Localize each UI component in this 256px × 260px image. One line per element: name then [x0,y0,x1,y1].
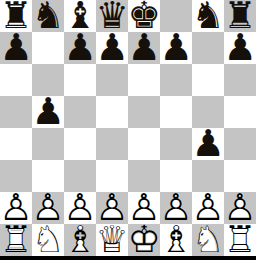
square-f1[interactable]: ♝♗ [160,224,192,256]
piece-black-rook: ♜ [0,0,32,32]
piece-black-bishop: ♝ [64,0,96,32]
square-g3[interactable] [192,160,224,192]
square-h3[interactable] [224,160,256,192]
square-e1[interactable]: ♚♔ [128,224,160,256]
square-h6[interactable] [224,64,256,96]
square-b4[interactable] [32,128,64,160]
square-b3[interactable] [32,160,64,192]
square-g8[interactable]: ♞ [192,0,224,32]
piece-white-rook: ♖ [224,224,256,256]
square-c8[interactable]: ♝ [64,0,96,32]
piece-white-king: ♔ [128,224,160,256]
piece-white-bishop: ♗ [160,224,192,256]
board-bottom-border [0,256,256,260]
square-h4[interactable] [224,128,256,160]
square-c4[interactable] [64,128,96,160]
square-a7[interactable]: ♟ [0,32,32,64]
square-f6[interactable] [160,64,192,96]
piece-black-queen: ♛ [96,0,128,32]
square-b7[interactable] [32,32,64,64]
piece-black-pawn: ♟ [64,32,96,64]
square-b8[interactable]: ♞ [32,0,64,32]
square-d4[interactable] [96,128,128,160]
square-f3[interactable] [160,160,192,192]
square-a5[interactable] [0,96,32,128]
square-e8[interactable]: ♚ [128,0,160,32]
chess-board: ♜♞♝♛♚♞♜♟♟♟♟♟♟♟♟♟♙♟♙♟♙♟♙♟♙♟♙♟♙♟♙♜♖♞♘♝♗♛♕♚… [0,0,256,256]
square-g1[interactable]: ♞♘ [192,224,224,256]
piece-white-pawn: ♙ [32,192,64,224]
piece-white-pawn: ♙ [160,192,192,224]
square-d2[interactable]: ♟♙ [96,192,128,224]
piece-white-queen: ♕ [96,224,128,256]
square-e7[interactable]: ♟ [128,32,160,64]
square-c5[interactable] [64,96,96,128]
piece-white-bishop-fill: ♝ [160,224,192,256]
square-c2[interactable]: ♟♙ [64,192,96,224]
chess-board-window: ♜♞♝♛♚♞♜♟♟♟♟♟♟♟♟♟♙♟♙♟♙♟♙♟♙♟♙♟♙♟♙♜♖♞♘♝♗♛♕♚… [0,0,256,260]
square-b6[interactable] [32,64,64,96]
square-h5[interactable] [224,96,256,128]
piece-black-knight: ♞ [32,0,64,32]
piece-white-king-fill: ♚ [128,224,160,256]
square-c1[interactable]: ♝♗ [64,224,96,256]
piece-black-pawn: ♟ [224,32,256,64]
piece-white-rook-fill: ♜ [224,224,256,256]
square-f4[interactable] [160,128,192,160]
piece-black-pawn: ♟ [96,32,128,64]
piece-white-knight-fill: ♞ [192,224,224,256]
square-c3[interactable] [64,160,96,192]
square-h8[interactable]: ♜ [224,0,256,32]
square-d8[interactable]: ♛ [96,0,128,32]
piece-white-knight-fill: ♞ [32,224,64,256]
square-d1[interactable]: ♛♕ [96,224,128,256]
square-g7[interactable] [192,32,224,64]
square-g2[interactable]: ♟♙ [192,192,224,224]
piece-white-rook: ♖ [0,224,32,256]
square-b1[interactable]: ♞♘ [32,224,64,256]
piece-black-knight: ♞ [192,0,224,32]
piece-white-pawn: ♙ [224,192,256,224]
piece-black-pawn: ♟ [32,96,64,128]
square-d3[interactable] [96,160,128,192]
square-e5[interactable] [128,96,160,128]
piece-black-pawn: ♟ [128,32,160,64]
piece-white-pawn: ♙ [128,192,160,224]
square-h2[interactable]: ♟♙ [224,192,256,224]
piece-white-rook-fill: ♜ [0,224,32,256]
square-b2[interactable]: ♟♙ [32,192,64,224]
square-d6[interactable] [96,64,128,96]
square-g4[interactable]: ♟ [192,128,224,160]
piece-white-bishop-fill: ♝ [64,224,96,256]
square-a8[interactable]: ♜ [0,0,32,32]
piece-white-pawn-fill: ♟ [224,192,256,224]
square-e4[interactable] [128,128,160,160]
piece-white-pawn-fill: ♟ [64,192,96,224]
piece-white-pawn-fill: ♟ [128,192,160,224]
square-d5[interactable] [96,96,128,128]
piece-white-pawn: ♙ [96,192,128,224]
piece-white-pawn-fill: ♟ [0,192,32,224]
square-a6[interactable] [0,64,32,96]
square-d7[interactable]: ♟ [96,32,128,64]
square-e2[interactable]: ♟♙ [128,192,160,224]
piece-black-pawn: ♟ [192,128,224,160]
square-a1[interactable]: ♜♖ [0,224,32,256]
piece-white-pawn-fill: ♟ [96,192,128,224]
square-f8[interactable] [160,0,192,32]
piece-white-pawn-fill: ♟ [160,192,192,224]
square-c6[interactable] [64,64,96,96]
piece-white-bishop: ♗ [64,224,96,256]
piece-white-queen-fill: ♛ [96,224,128,256]
square-h1[interactable]: ♜♖ [224,224,256,256]
square-f5[interactable] [160,96,192,128]
square-a3[interactable] [0,160,32,192]
piece-white-pawn-fill: ♟ [32,192,64,224]
piece-black-king: ♚ [128,0,160,32]
square-b5[interactable]: ♟ [32,96,64,128]
square-f7[interactable]: ♟ [160,32,192,64]
piece-white-knight: ♘ [192,224,224,256]
square-c7[interactable]: ♟ [64,32,96,64]
piece-white-knight: ♘ [32,224,64,256]
piece-black-pawn: ♟ [0,32,32,64]
piece-black-rook: ♜ [224,0,256,32]
piece-black-pawn: ♟ [160,32,192,64]
square-a2[interactable]: ♟♙ [0,192,32,224]
piece-white-pawn: ♙ [0,192,32,224]
square-g5[interactable] [192,96,224,128]
square-a4[interactable] [0,128,32,160]
square-f2[interactable]: ♟♙ [160,192,192,224]
square-e6[interactable] [128,64,160,96]
piece-white-pawn-fill: ♟ [192,192,224,224]
piece-white-pawn: ♙ [64,192,96,224]
square-g6[interactable] [192,64,224,96]
piece-white-pawn: ♙ [192,192,224,224]
square-e3[interactable] [128,160,160,192]
square-h7[interactable]: ♟ [224,32,256,64]
